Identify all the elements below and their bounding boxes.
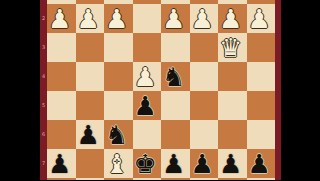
square-b4[interactable]: [218, 62, 247, 91]
square-d3[interactable]: [161, 33, 190, 62]
piece-black-rook-a8[interactable]: ♜: [248, 179, 271, 181]
piece-white-pawn-h2[interactable]: ♟: [48, 5, 71, 33]
piece-black-knight-f6[interactable]: ♞: [105, 121, 128, 149]
square-a7[interactable]: ♟: [247, 149, 276, 178]
square-a2[interactable]: ♟: [247, 4, 276, 33]
piece-white-pawn-f2[interactable]: ♟: [105, 5, 128, 33]
square-h8[interactable]: ♜: [47, 178, 76, 180]
square-c5[interactable]: [190, 91, 219, 120]
piece-white-queen-b3[interactable]: ♛: [219, 34, 242, 62]
piece-black-pawn-d7[interactable]: ♟: [162, 150, 185, 178]
square-f5[interactable]: [104, 91, 133, 120]
square-a8[interactable]: ♜: [247, 178, 276, 180]
piece-black-pawn-c7[interactable]: ♟: [191, 150, 214, 178]
piece-black-king-e7[interactable]: ♚: [134, 150, 157, 178]
square-h6[interactable]: [47, 120, 76, 149]
square-b5[interactable]: [218, 91, 247, 120]
square-e2[interactable]: [133, 4, 162, 33]
piece-black-bishop-c8[interactable]: ♝: [191, 179, 214, 181]
square-c7[interactable]: ♟: [190, 149, 219, 178]
rank-label-7: 7: [40, 149, 47, 178]
square-b3[interactable]: ♛: [218, 33, 247, 62]
square-g8[interactable]: [76, 178, 105, 180]
rank-coordinates: 12345678: [40, 0, 47, 180]
square-c4[interactable]: [190, 62, 219, 91]
square-f3[interactable]: [104, 33, 133, 62]
board-viewport: ♜♞♚♝♞♜♟♟♟♟♟♟♟♛♟♞♟♟♞♟♝♚♟♟♟♟♜♝♛♝♜: [47, 0, 275, 180]
square-d5[interactable]: [161, 91, 190, 120]
square-a5[interactable]: [247, 91, 276, 120]
square-c8[interactable]: ♝: [190, 178, 219, 180]
piece-black-knight-d4[interactable]: ♞: [162, 63, 185, 91]
square-f2[interactable]: ♟: [104, 4, 133, 33]
square-d6[interactable]: [161, 120, 190, 149]
square-g4[interactable]: [76, 62, 105, 91]
square-f4[interactable]: [104, 62, 133, 91]
square-h4[interactable]: [47, 62, 76, 91]
square-e3[interactable]: [133, 33, 162, 62]
square-a3[interactable]: [247, 33, 276, 62]
piece-black-pawn-g6[interactable]: ♟: [77, 121, 100, 149]
square-g7[interactable]: [76, 149, 105, 178]
piece-white-bishop-f7[interactable]: ♝: [105, 150, 128, 178]
rank-label-3: 3: [40, 33, 47, 62]
square-b2[interactable]: ♟: [218, 4, 247, 33]
right-board-edge: [275, 0, 281, 180]
square-c2[interactable]: ♟: [190, 4, 219, 33]
chess-board: ♜♞♚♝♞♜♟♟♟♟♟♟♟♛♟♞♟♟♞♟♝♚♟♟♟♟♜♝♛♝♜: [47, 0, 275, 180]
square-a4[interactable]: [247, 62, 276, 91]
piece-white-pawn-g2[interactable]: ♟: [77, 5, 100, 33]
rank-coordinates-strip: 12345678: [40, 0, 47, 180]
square-h3[interactable]: [47, 33, 76, 62]
square-c6[interactable]: [190, 120, 219, 149]
square-d2[interactable]: ♟: [161, 4, 190, 33]
piece-black-pawn-e5[interactable]: ♟: [134, 92, 157, 120]
rank-label-6: 6: [40, 120, 47, 149]
square-d4[interactable]: ♞: [161, 62, 190, 91]
square-d8[interactable]: ♛: [161, 178, 190, 180]
square-e6[interactable]: [133, 120, 162, 149]
square-e7[interactable]: ♚: [133, 149, 162, 178]
square-g2[interactable]: ♟: [76, 4, 105, 33]
square-c3[interactable]: [190, 33, 219, 62]
rank-label-5: 5: [40, 91, 47, 120]
square-f7[interactable]: ♝: [104, 149, 133, 178]
rank-label-8: 8: [40, 178, 47, 180]
piece-black-pawn-h7[interactable]: ♟: [48, 150, 71, 178]
piece-white-pawn-d2[interactable]: ♟: [162, 5, 185, 33]
piece-black-rook-h8[interactable]: ♜: [48, 179, 71, 181]
piece-black-bishop-f8[interactable]: ♝: [105, 179, 128, 181]
square-b7[interactable]: ♟: [218, 149, 247, 178]
square-g6[interactable]: ♟: [76, 120, 105, 149]
piece-black-pawn-b7[interactable]: ♟: [219, 150, 242, 178]
piece-white-king-e1[interactable]: ♚: [134, 0, 157, 4]
piece-black-queen-d8[interactable]: ♛: [162, 179, 185, 181]
square-g5[interactable]: [76, 91, 105, 120]
square-h2[interactable]: ♟: [47, 4, 76, 33]
piece-white-pawn-b2[interactable]: ♟: [219, 5, 242, 33]
piece-white-pawn-a2[interactable]: ♟: [248, 5, 271, 33]
rank-label-2: 2: [40, 4, 47, 33]
piece-white-pawn-e4[interactable]: ♟: [134, 63, 157, 91]
square-d7[interactable]: ♟: [161, 149, 190, 178]
chess-board-frame: 12345678 ♜♞♚♝♞♜♟♟♟♟♟♟♟♛♟♞♟♟♞♟♝♚♟♟♟♟♜♝♛♝♜: [40, 0, 281, 180]
square-e4[interactable]: ♟: [133, 62, 162, 91]
square-b8[interactable]: [218, 178, 247, 180]
piece-black-pawn-a7[interactable]: ♟: [248, 150, 271, 178]
square-g3[interactable]: [76, 33, 105, 62]
square-a6[interactable]: [247, 120, 276, 149]
square-e8[interactable]: [133, 178, 162, 180]
square-f8[interactable]: ♝: [104, 178, 133, 180]
piece-white-pawn-c2[interactable]: ♟: [191, 5, 214, 33]
square-f6[interactable]: ♞: [104, 120, 133, 149]
square-h7[interactable]: ♟: [47, 149, 76, 178]
square-h5[interactable]: [47, 91, 76, 120]
square-b6[interactable]: [218, 120, 247, 149]
rank-label-4: 4: [40, 62, 47, 91]
square-e5[interactable]: ♟: [133, 91, 162, 120]
